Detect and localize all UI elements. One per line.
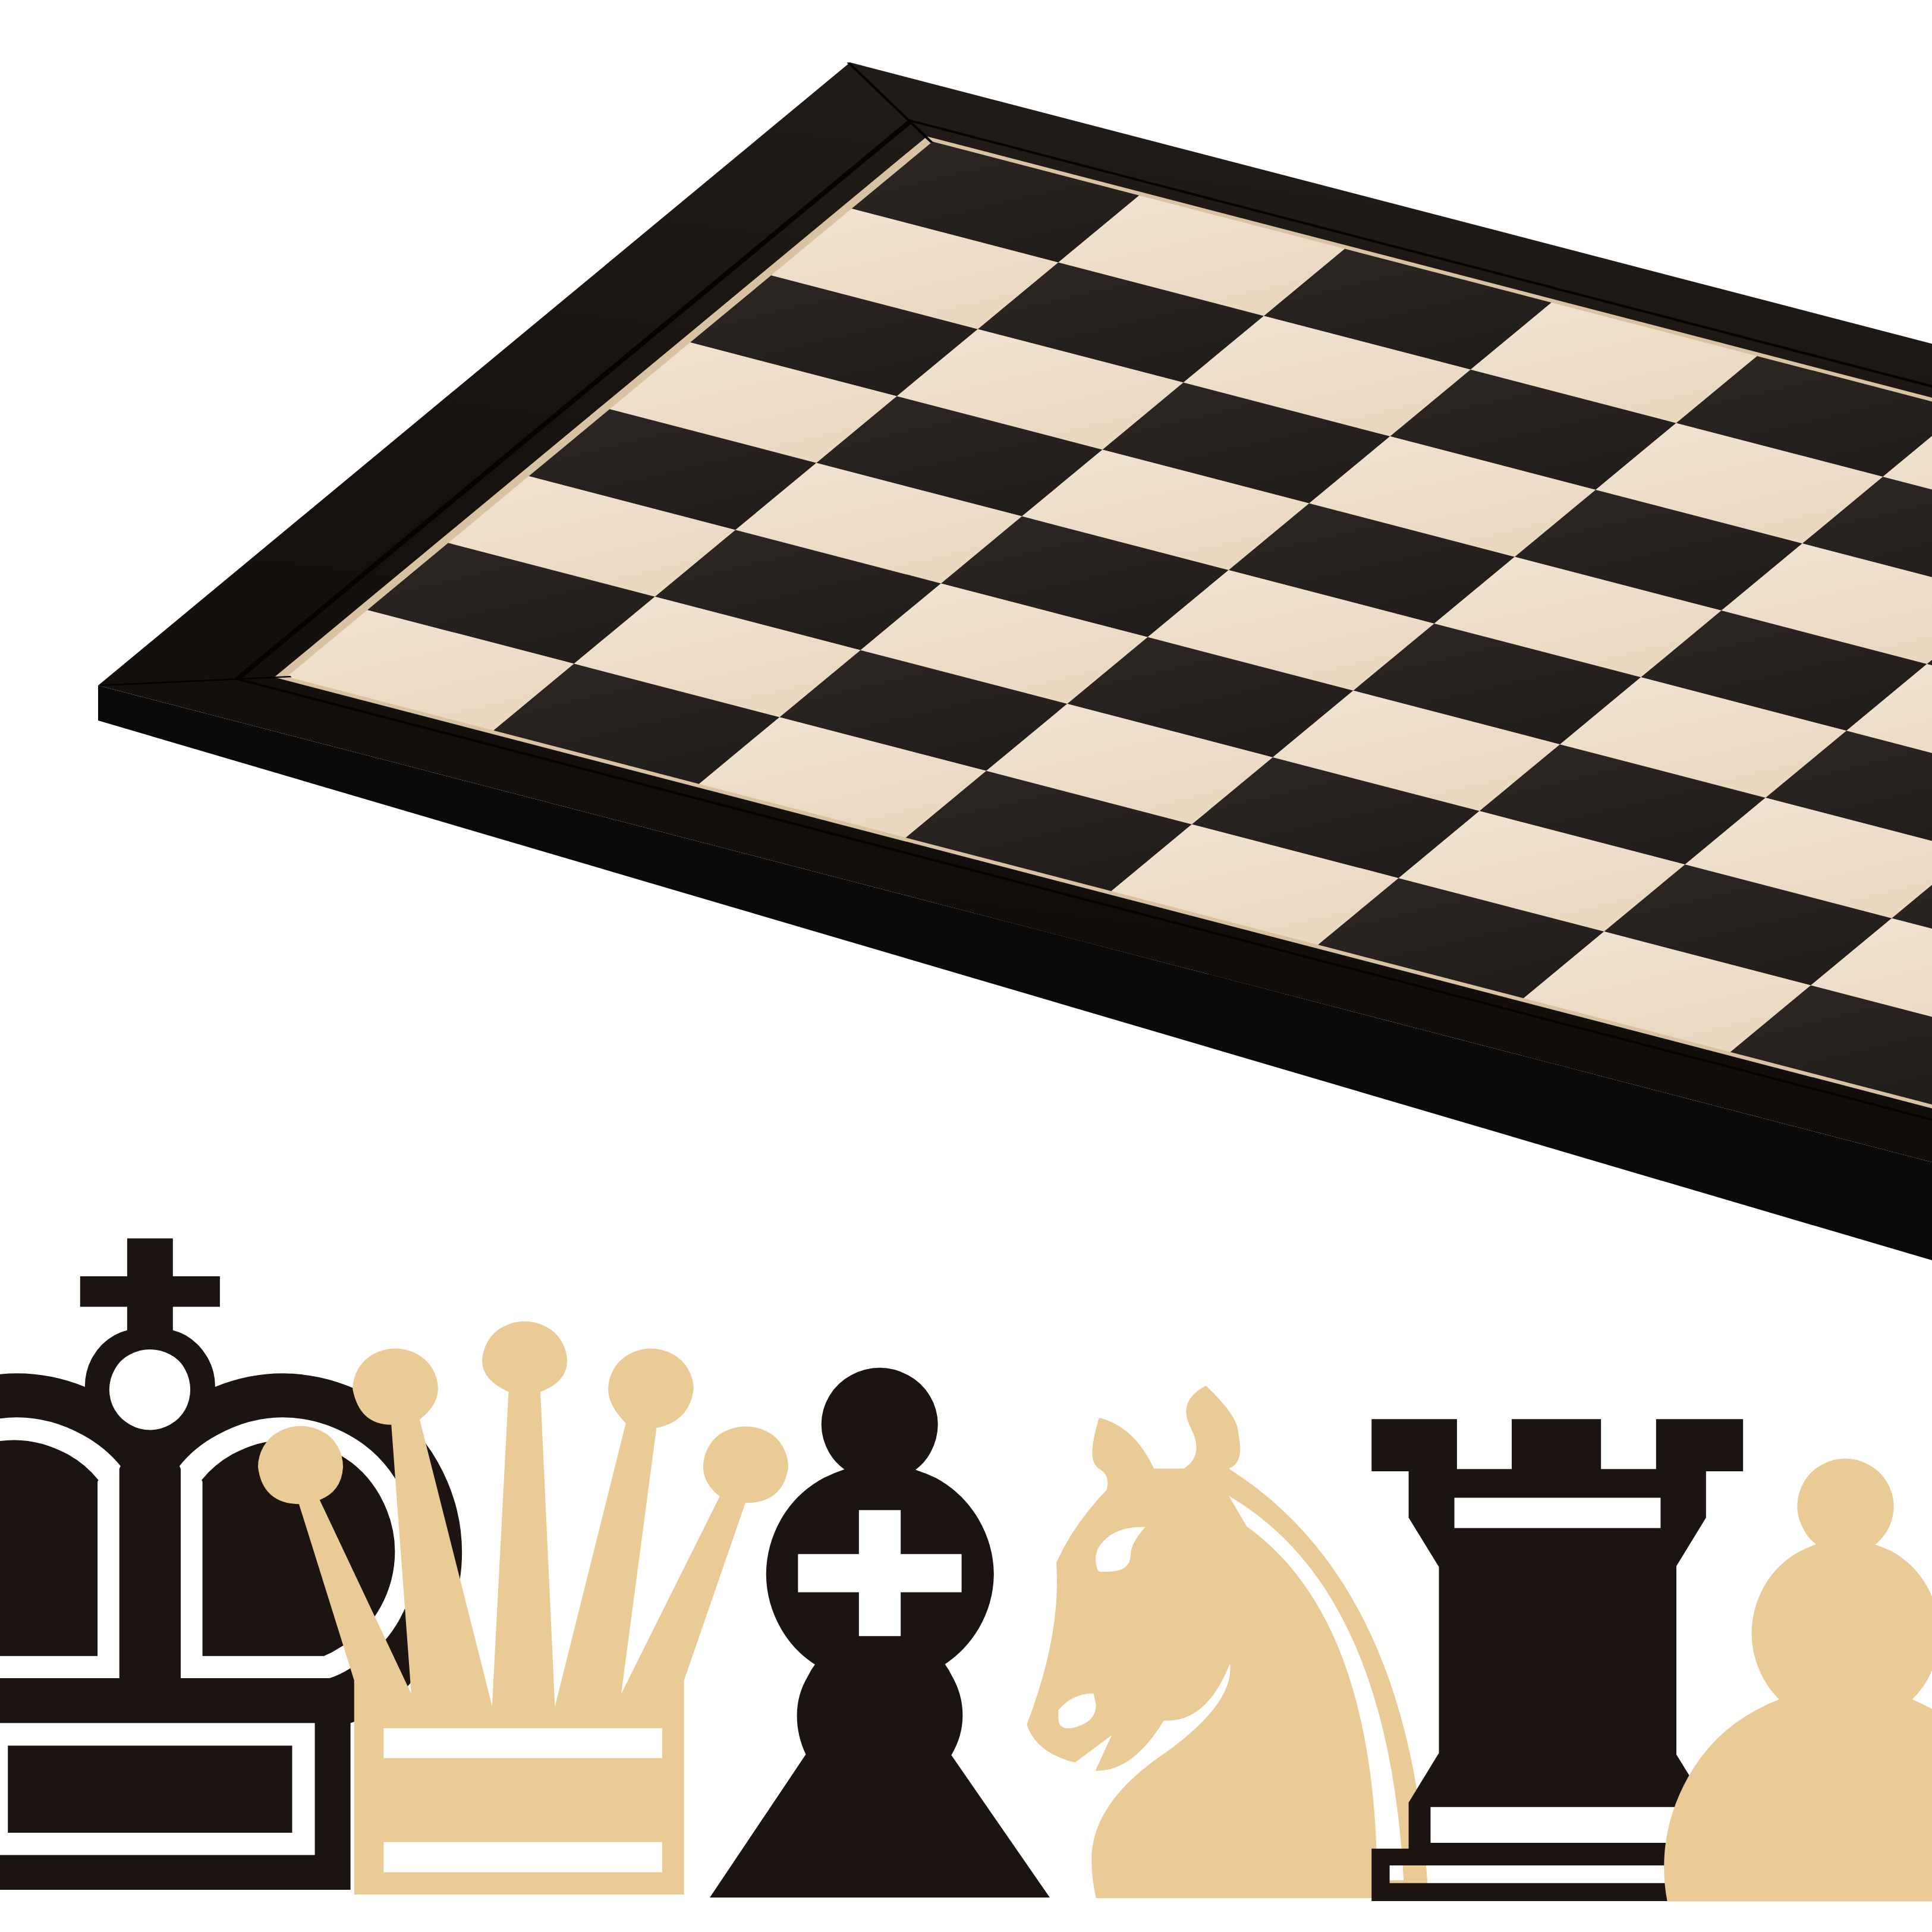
frame-mitre-joint-far-corner (847, 62, 933, 143)
chessboard (98, 62, 1932, 1185)
product-photo-scene: ♚ ♛ ♝ ♞ ♜ ♟ (0, 0, 1932, 1932)
chess-piece-pawn-boxwood: ♟ (1574, 1388, 1932, 1932)
chessboard-grid (287, 141, 1932, 1105)
